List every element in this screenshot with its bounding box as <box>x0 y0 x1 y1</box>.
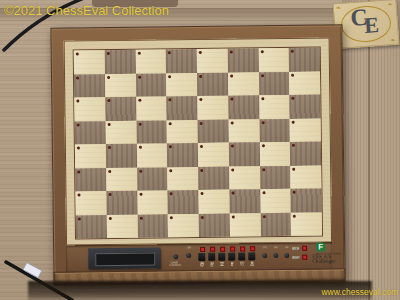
square-sensor-led <box>292 144 295 147</box>
square-b4[interactable] <box>106 144 137 168</box>
square-sensor-led <box>262 191 265 194</box>
square-h6[interactable] <box>290 95 321 119</box>
square-sensor-led <box>230 98 233 101</box>
piece-key-rook[interactable]: ♖ <box>218 253 225 261</box>
square-d6[interactable] <box>167 96 198 120</box>
function-button-pv[interactable] <box>262 253 267 258</box>
square-c4[interactable] <box>136 143 167 167</box>
model-text: Elite A/S Challenger <box>312 254 330 263</box>
square-sensor-led <box>138 146 141 149</box>
square-sensor-led <box>138 122 141 125</box>
square-sensor-led <box>107 76 110 79</box>
plaque-letter-e: E <box>363 12 379 39</box>
square-sensor-led <box>138 75 141 78</box>
square-sensor-led <box>77 123 80 126</box>
square-sensor-led <box>261 144 264 147</box>
square-c1[interactable] <box>137 214 168 238</box>
square-sensor-led <box>76 52 79 55</box>
status-led-label-mate: MATE <box>292 256 299 258</box>
square-sensor-led <box>76 99 79 102</box>
status-led-label-check: CHECK <box>292 247 299 249</box>
piece-key-sublabel: DM <box>238 261 246 264</box>
square-sensor-led <box>291 73 294 76</box>
square-sensor-led <box>200 121 203 124</box>
square-sensor-led <box>293 191 296 194</box>
square-sensor-led <box>169 122 172 125</box>
piece-key-sublabel: LV <box>228 262 236 265</box>
square-sensor-led <box>200 192 203 195</box>
square-f4[interactable] <box>229 142 260 166</box>
square-h3[interactable] <box>290 165 321 189</box>
piece-key-queen[interactable]: ♕ <box>208 253 215 261</box>
square-sensor-led <box>231 215 234 218</box>
square-sensor-led <box>108 146 111 149</box>
plaque-corner-ornament: ❧ <box>387 1 393 7</box>
square-sensor-led <box>230 74 233 77</box>
square-sensor-led <box>139 193 142 196</box>
square-g1[interactable] <box>260 212 291 236</box>
square-sensor-led <box>138 99 141 102</box>
square-b6[interactable] <box>105 97 136 121</box>
plaque-corner-ornament: ❧ <box>390 37 396 43</box>
square-g6[interactable] <box>259 95 290 119</box>
piece-key-bishop[interactable]: ♗ <box>228 253 235 261</box>
square-sensor-led <box>169 98 172 101</box>
piece-key-king[interactable]: ♔ <box>198 253 205 261</box>
square-sensor-led <box>77 146 80 149</box>
piece-key-knight[interactable]: ♘ <box>238 252 245 260</box>
square-g7[interactable] <box>258 71 289 95</box>
square-h8[interactable] <box>289 48 320 72</box>
game-control-label: GAME CONTROL <box>169 261 179 266</box>
square-g4[interactable] <box>259 142 290 166</box>
square-sensor-led <box>200 145 203 148</box>
square-sensor-led <box>292 120 295 123</box>
plaque-corner-ornament: ❧ <box>336 5 342 11</box>
square-sensor-led <box>201 215 204 218</box>
square-sensor-led <box>291 50 294 53</box>
square-g5[interactable] <box>259 118 290 142</box>
square-sensor-led <box>261 74 264 77</box>
square-e7[interactable] <box>197 72 228 96</box>
square-e1[interactable] <box>199 213 230 237</box>
square-d5[interactable] <box>167 120 198 144</box>
square-b8[interactable] <box>104 50 135 74</box>
piece-key-led <box>230 247 235 252</box>
square-sensor-led <box>106 52 109 55</box>
square-d7[interactable] <box>166 73 197 97</box>
piece-key-led <box>220 247 225 252</box>
square-a6[interactable] <box>74 97 105 121</box>
square-sensor-led <box>199 74 202 77</box>
square-a3[interactable] <box>75 168 106 192</box>
game-control-button[interactable] <box>173 254 178 259</box>
square-sensor-led <box>200 168 203 171</box>
square-sensor-led <box>108 217 111 220</box>
square-b3[interactable] <box>106 167 137 191</box>
piece-key-sublabel: TB <box>218 262 226 265</box>
square-a4[interactable] <box>75 144 106 168</box>
square-d1[interactable] <box>168 213 199 237</box>
square-b7[interactable] <box>105 73 136 97</box>
square-c6[interactable] <box>136 96 167 120</box>
function-button-label: RV <box>272 246 280 249</box>
square-sensor-led <box>229 51 232 54</box>
square-c3[interactable] <box>137 167 168 191</box>
square-sensor-led <box>261 97 264 100</box>
square-sensor-led <box>168 51 171 54</box>
square-sensor-led <box>170 216 173 219</box>
square-c8[interactable] <box>135 49 166 73</box>
power-button[interactable] <box>186 253 191 258</box>
square-sensor-led <box>139 169 142 172</box>
square-sensor-led <box>260 50 263 53</box>
square-d3[interactable] <box>167 166 198 190</box>
square-a8[interactable] <box>74 50 105 74</box>
square-f3[interactable] <box>229 166 260 190</box>
square-sensor-led <box>107 99 110 102</box>
piece-key-led <box>240 246 245 251</box>
chess-computer-board: GAME CONTROL ON ♔ TM ♕ ST ♖ TB ♗ LV ♘ DM… <box>50 24 345 286</box>
square-sensor-led <box>262 168 265 171</box>
square-sensor-led <box>231 168 234 171</box>
square-sensor-led <box>137 52 140 55</box>
square-sensor-led <box>107 123 110 126</box>
square-e8[interactable] <box>197 49 228 73</box>
function-button-cl[interactable] <box>284 253 289 258</box>
piece-key-sublabel: ST <box>208 262 216 265</box>
square-sensor-led <box>169 145 172 148</box>
power-button-label: ON <box>185 246 193 249</box>
square-e2[interactable] <box>198 190 229 214</box>
square-f1[interactable] <box>229 213 260 237</box>
piece-key-sublabel: PB <box>248 261 256 264</box>
square-sensor-led <box>77 193 80 196</box>
square-h1[interactable] <box>291 212 322 236</box>
status-led-check <box>302 246 307 251</box>
square-sensor-led <box>170 192 173 195</box>
square-b2[interactable] <box>106 191 137 215</box>
square-e5[interactable] <box>198 119 229 143</box>
square-sensor-led <box>139 216 142 219</box>
square-f2[interactable] <box>229 189 260 213</box>
square-a1[interactable] <box>76 215 107 239</box>
square-sensor-led <box>292 97 295 100</box>
square-sensor-led <box>108 193 111 196</box>
square-sensor-led <box>108 170 111 173</box>
watermark-url: www.chesseval.com <box>321 287 398 297</box>
square-g3[interactable] <box>260 165 291 189</box>
square-sensor-led <box>293 214 296 217</box>
piece-key-sublabel: TM <box>198 262 206 265</box>
square-sensor-led <box>76 76 79 79</box>
square-h5[interactable] <box>290 118 321 142</box>
piece-key-pawn[interactable]: ♙ <box>248 252 255 260</box>
lcd-window <box>95 253 155 267</box>
piece-key-led <box>200 247 205 252</box>
square-sensor-led <box>261 121 264 124</box>
square-h4[interactable] <box>290 141 321 165</box>
lcd-display <box>88 247 160 269</box>
square-a2[interactable] <box>75 191 106 215</box>
square-sensor-led <box>262 215 265 218</box>
piece-key-led <box>210 247 215 252</box>
square-a7[interactable] <box>74 74 105 98</box>
square-g2[interactable] <box>260 189 291 213</box>
square-sensor-led <box>168 75 171 78</box>
control-panel: GAME CONTROL ON ♔ TM ♕ ST ♖ TB ♗ LV ♘ DM… <box>66 242 332 271</box>
function-button-rv[interactable] <box>273 253 278 258</box>
board-grid <box>73 46 323 239</box>
square-a5[interactable] <box>75 121 106 145</box>
square-c2[interactable] <box>137 190 168 214</box>
square-c5[interactable] <box>136 120 167 144</box>
square-sensor-led <box>231 192 234 195</box>
square-sensor-led <box>230 121 233 124</box>
square-e3[interactable] <box>198 166 229 190</box>
square-c7[interactable] <box>135 73 166 97</box>
square-b5[interactable] <box>105 120 136 144</box>
square-g8[interactable] <box>258 48 289 72</box>
square-d2[interactable] <box>168 190 199 214</box>
square-sensor-led <box>292 167 295 170</box>
function-button-label: CL <box>283 246 291 249</box>
square-sensor-led <box>169 169 172 172</box>
square-h2[interactable] <box>291 188 322 212</box>
fidelity-logo-icon: F <box>316 242 325 251</box>
square-d8[interactable] <box>166 49 197 73</box>
square-f5[interactable] <box>228 119 259 143</box>
square-b1[interactable] <box>106 214 137 238</box>
square-sensor-led <box>77 170 80 173</box>
square-d4[interactable] <box>167 143 198 167</box>
photo-canvas: C E ❧ ❧ ❧ ❧ GAME CONTROL ON ♔ TM ♕ ST <box>0 0 400 300</box>
function-button-label: PV <box>261 246 269 249</box>
status-led-mate <box>302 255 307 260</box>
watermark-copyright: ©2021 ChessEval Collection <box>4 3 169 18</box>
square-h7[interactable] <box>289 71 320 95</box>
square-f8[interactable] <box>227 48 258 72</box>
square-sensor-led <box>231 145 234 148</box>
square-f7[interactable] <box>228 72 259 96</box>
square-sensor-led <box>199 51 202 54</box>
square-e6[interactable] <box>197 96 228 120</box>
square-e4[interactable] <box>198 143 229 167</box>
square-f6[interactable] <box>228 95 259 119</box>
piece-key-led <box>250 246 255 251</box>
square-sensor-led <box>78 217 81 220</box>
square-sensor-led <box>199 98 202 101</box>
